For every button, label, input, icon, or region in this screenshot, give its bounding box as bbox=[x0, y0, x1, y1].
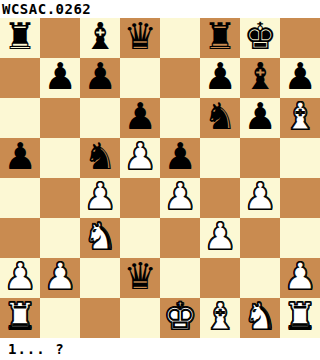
square-a5[interactable]: ♟ bbox=[0, 138, 40, 178]
square-g2[interactable] bbox=[240, 258, 280, 298]
chess-board: ♜♝♛♜♚♟♟♟♝♟♟♞♟♝♟♞♟♟♟♟♟♞♟♟♟♛♟♜♚♝♞♜ bbox=[0, 18, 320, 338]
piece-white-bishop-f1[interactable]: ♝ bbox=[203, 298, 236, 337]
piece-black-rook-a8[interactable]: ♜ bbox=[3, 18, 36, 57]
square-h7[interactable]: ♟ bbox=[280, 58, 320, 98]
square-f8[interactable]: ♜ bbox=[200, 18, 240, 58]
square-h2[interactable]: ♟ bbox=[280, 258, 320, 298]
square-e4[interactable]: ♟ bbox=[160, 178, 200, 218]
square-b8[interactable] bbox=[40, 18, 80, 58]
piece-white-pawn-c4[interactable]: ♟ bbox=[83, 178, 116, 217]
square-g1[interactable]: ♞ bbox=[240, 298, 280, 338]
square-g3[interactable] bbox=[240, 218, 280, 258]
piece-white-pawn-e4[interactable]: ♟ bbox=[163, 178, 196, 217]
square-h4[interactable] bbox=[280, 178, 320, 218]
square-e2[interactable] bbox=[160, 258, 200, 298]
square-b7[interactable]: ♟ bbox=[40, 58, 80, 98]
caption-bar: 1... ? bbox=[0, 338, 320, 360]
piece-black-pawn-a5[interactable]: ♟ bbox=[3, 138, 36, 177]
page-title: WCSAC.0262 bbox=[2, 0, 91, 18]
piece-black-bishop-g7[interactable]: ♝ bbox=[243, 58, 276, 97]
square-f6[interactable]: ♞ bbox=[200, 98, 240, 138]
piece-black-king-g8[interactable]: ♚ bbox=[243, 18, 276, 57]
square-h3[interactable] bbox=[280, 218, 320, 258]
square-b1[interactable] bbox=[40, 298, 80, 338]
square-g7[interactable]: ♝ bbox=[240, 58, 280, 98]
piece-black-rook-f8[interactable]: ♜ bbox=[203, 18, 236, 57]
square-d8[interactable]: ♛ bbox=[120, 18, 160, 58]
square-d3[interactable] bbox=[120, 218, 160, 258]
square-g5[interactable] bbox=[240, 138, 280, 178]
piece-white-pawn-h2[interactable]: ♟ bbox=[283, 258, 316, 297]
move-prompt: 1... ? bbox=[8, 338, 65, 360]
square-c2[interactable] bbox=[80, 258, 120, 298]
square-d1[interactable] bbox=[120, 298, 160, 338]
piece-black-pawn-g6[interactable]: ♟ bbox=[243, 98, 276, 137]
piece-white-pawn-a2[interactable]: ♟ bbox=[3, 258, 36, 297]
square-c1[interactable] bbox=[80, 298, 120, 338]
square-b6[interactable] bbox=[40, 98, 80, 138]
square-e6[interactable] bbox=[160, 98, 200, 138]
square-b3[interactable] bbox=[40, 218, 80, 258]
square-c4[interactable]: ♟ bbox=[80, 178, 120, 218]
square-a8[interactable]: ♜ bbox=[0, 18, 40, 58]
piece-black-queen-d2[interactable]: ♛ bbox=[123, 258, 156, 297]
square-a1[interactable]: ♜ bbox=[0, 298, 40, 338]
piece-white-pawn-g4[interactable]: ♟ bbox=[243, 178, 276, 217]
square-h8[interactable] bbox=[280, 18, 320, 58]
square-h6[interactable]: ♝ bbox=[280, 98, 320, 138]
piece-white-pawn-f3[interactable]: ♟ bbox=[203, 218, 236, 257]
piece-black-queen-d8[interactable]: ♛ bbox=[123, 18, 156, 57]
piece-black-knight-c5[interactable]: ♞ bbox=[83, 138, 116, 177]
square-g6[interactable]: ♟ bbox=[240, 98, 280, 138]
square-e1[interactable]: ♚ bbox=[160, 298, 200, 338]
square-f5[interactable] bbox=[200, 138, 240, 178]
piece-white-king-e1[interactable]: ♚ bbox=[163, 298, 196, 337]
piece-black-knight-f6[interactable]: ♞ bbox=[203, 98, 236, 137]
square-c6[interactable] bbox=[80, 98, 120, 138]
square-b4[interactable] bbox=[40, 178, 80, 218]
square-e8[interactable] bbox=[160, 18, 200, 58]
piece-black-pawn-d6[interactable]: ♟ bbox=[123, 98, 156, 137]
square-f4[interactable] bbox=[200, 178, 240, 218]
square-a7[interactable] bbox=[0, 58, 40, 98]
square-a4[interactable] bbox=[0, 178, 40, 218]
piece-white-pawn-d5[interactable]: ♟ bbox=[123, 138, 156, 177]
piece-black-pawn-f7[interactable]: ♟ bbox=[203, 58, 236, 97]
square-f7[interactable]: ♟ bbox=[200, 58, 240, 98]
square-c3[interactable]: ♞ bbox=[80, 218, 120, 258]
square-g8[interactable]: ♚ bbox=[240, 18, 280, 58]
square-c7[interactable]: ♟ bbox=[80, 58, 120, 98]
square-e3[interactable] bbox=[160, 218, 200, 258]
square-e7[interactable] bbox=[160, 58, 200, 98]
piece-white-rook-h1[interactable]: ♜ bbox=[283, 298, 316, 337]
piece-black-pawn-h7[interactable]: ♟ bbox=[283, 58, 316, 97]
square-h1[interactable]: ♜ bbox=[280, 298, 320, 338]
square-c5[interactable]: ♞ bbox=[80, 138, 120, 178]
piece-white-rook-a1[interactable]: ♜ bbox=[3, 298, 36, 337]
piece-black-pawn-e5[interactable]: ♟ bbox=[163, 138, 196, 177]
square-b5[interactable] bbox=[40, 138, 80, 178]
square-f3[interactable]: ♟ bbox=[200, 218, 240, 258]
square-a2[interactable]: ♟ bbox=[0, 258, 40, 298]
piece-white-pawn-b2[interactable]: ♟ bbox=[43, 258, 76, 297]
square-a6[interactable] bbox=[0, 98, 40, 138]
square-b2[interactable]: ♟ bbox=[40, 258, 80, 298]
piece-white-knight-g1[interactable]: ♞ bbox=[243, 298, 276, 337]
piece-black-bishop-c8[interactable]: ♝ bbox=[83, 18, 116, 57]
square-h5[interactable] bbox=[280, 138, 320, 178]
square-d5[interactable]: ♟ bbox=[120, 138, 160, 178]
square-e5[interactable]: ♟ bbox=[160, 138, 200, 178]
piece-white-knight-c3[interactable]: ♞ bbox=[83, 218, 116, 257]
square-d2[interactable]: ♛ bbox=[120, 258, 160, 298]
square-a3[interactable] bbox=[0, 218, 40, 258]
square-f1[interactable]: ♝ bbox=[200, 298, 240, 338]
piece-white-bishop-h6[interactable]: ♝ bbox=[283, 98, 316, 137]
square-d4[interactable] bbox=[120, 178, 160, 218]
piece-black-pawn-c7[interactable]: ♟ bbox=[83, 58, 116, 97]
title-bar: WCSAC.0262 bbox=[0, 0, 320, 18]
square-c8[interactable]: ♝ bbox=[80, 18, 120, 58]
square-g4[interactable]: ♟ bbox=[240, 178, 280, 218]
square-f2[interactable] bbox=[200, 258, 240, 298]
piece-black-pawn-b7[interactable]: ♟ bbox=[43, 58, 76, 97]
square-d7[interactable] bbox=[120, 58, 160, 98]
square-d6[interactable]: ♟ bbox=[120, 98, 160, 138]
